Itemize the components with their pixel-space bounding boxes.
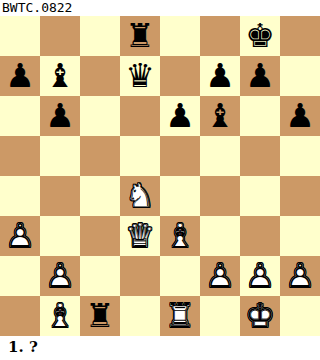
square-f4[interactable] — [200, 176, 240, 216]
square-a8[interactable] — [0, 16, 40, 56]
square-d7[interactable]: ♛ — [120, 56, 160, 96]
square-d5[interactable] — [120, 136, 160, 176]
white-bishop-piece-outline: ♗ — [40, 296, 80, 336]
square-a4[interactable] — [0, 176, 40, 216]
white-pawn-piece-outline: ♙ — [240, 256, 280, 296]
square-f6[interactable]: ♝ — [200, 96, 240, 136]
square-c1[interactable]: ♜ — [80, 296, 120, 336]
square-e5[interactable] — [160, 136, 200, 176]
black-rook-piece: ♜ — [80, 296, 120, 336]
black-pawn-piece: ♟ — [240, 56, 280, 96]
square-c3[interactable] — [80, 216, 120, 256]
square-a6[interactable] — [0, 96, 40, 136]
square-e3[interactable]: ♝♗ — [160, 216, 200, 256]
square-g5[interactable] — [240, 136, 280, 176]
white-king-piece-outline: ♔ — [240, 296, 280, 336]
black-pawn-piece: ♟ — [0, 56, 40, 96]
black-king-piece: ♚ — [240, 16, 280, 56]
chess-board: ♜♚♟♝♛♟♟♟♟♝♟♞♘♟♙♛♕♝♗♟♙♟♙♟♙♟♙♝♗♜♜♖♚♔ — [0, 16, 320, 336]
white-pawn-piece-outline: ♙ — [280, 256, 320, 296]
white-knight-piece-outline: ♘ — [120, 176, 160, 216]
square-f2[interactable]: ♟♙ — [200, 256, 240, 296]
white-rook-piece-outline: ♖ — [160, 296, 200, 336]
square-g4[interactable] — [240, 176, 280, 216]
square-g2[interactable]: ♟♙ — [240, 256, 280, 296]
problem-id-title: BWTC.0822 — [0, 0, 320, 16]
square-h3[interactable] — [280, 216, 320, 256]
square-c7[interactable] — [80, 56, 120, 96]
square-h8[interactable] — [280, 16, 320, 56]
square-h4[interactable] — [280, 176, 320, 216]
square-a2[interactable] — [0, 256, 40, 296]
black-pawn-piece: ♟ — [280, 96, 320, 136]
square-f5[interactable] — [200, 136, 240, 176]
move-prompt: 1. ? — [0, 336, 320, 360]
black-queen-piece: ♛ — [120, 56, 160, 96]
square-f3[interactable] — [200, 216, 240, 256]
square-e7[interactable] — [160, 56, 200, 96]
square-f1[interactable] — [200, 296, 240, 336]
black-bishop-piece: ♝ — [200, 96, 240, 136]
square-a3[interactable]: ♟♙ — [0, 216, 40, 256]
square-g3[interactable] — [240, 216, 280, 256]
square-a1[interactable] — [0, 296, 40, 336]
square-g8[interactable]: ♚ — [240, 16, 280, 56]
square-a5[interactable] — [0, 136, 40, 176]
square-g1[interactable]: ♚♔ — [240, 296, 280, 336]
square-d3[interactable]: ♛♕ — [120, 216, 160, 256]
square-d6[interactable] — [120, 96, 160, 136]
square-c6[interactable] — [80, 96, 120, 136]
square-b2[interactable]: ♟♙ — [40, 256, 80, 296]
square-e2[interactable] — [160, 256, 200, 296]
square-h7[interactable] — [280, 56, 320, 96]
white-queen-piece-outline: ♕ — [120, 216, 160, 256]
square-c4[interactable] — [80, 176, 120, 216]
square-d1[interactable] — [120, 296, 160, 336]
square-a7[interactable]: ♟ — [0, 56, 40, 96]
square-b5[interactable] — [40, 136, 80, 176]
square-c2[interactable] — [80, 256, 120, 296]
square-h6[interactable]: ♟ — [280, 96, 320, 136]
square-c8[interactable] — [80, 16, 120, 56]
black-bishop-piece: ♝ — [40, 56, 80, 96]
black-rook-piece: ♜ — [120, 16, 160, 56]
square-d4[interactable]: ♞♘ — [120, 176, 160, 216]
square-b6[interactable]: ♟ — [40, 96, 80, 136]
square-b8[interactable] — [40, 16, 80, 56]
square-e4[interactable] — [160, 176, 200, 216]
square-d8[interactable]: ♜ — [120, 16, 160, 56]
square-f8[interactable] — [200, 16, 240, 56]
white-pawn-piece-outline: ♙ — [200, 256, 240, 296]
square-b7[interactable]: ♝ — [40, 56, 80, 96]
square-h1[interactable] — [280, 296, 320, 336]
black-pawn-piece: ♟ — [160, 96, 200, 136]
square-e8[interactable] — [160, 16, 200, 56]
square-g6[interactable] — [240, 96, 280, 136]
square-f7[interactable]: ♟ — [200, 56, 240, 96]
square-c5[interactable] — [80, 136, 120, 176]
square-b4[interactable] — [40, 176, 80, 216]
white-bishop-piece-outline: ♗ — [160, 216, 200, 256]
white-pawn-piece-outline: ♙ — [40, 256, 80, 296]
square-b1[interactable]: ♝♗ — [40, 296, 80, 336]
square-h5[interactable] — [280, 136, 320, 176]
black-pawn-piece: ♟ — [40, 96, 80, 136]
square-d2[interactable] — [120, 256, 160, 296]
square-h2[interactable]: ♟♙ — [280, 256, 320, 296]
square-g7[interactable]: ♟ — [240, 56, 280, 96]
square-e6[interactable]: ♟ — [160, 96, 200, 136]
white-pawn-piece-outline: ♙ — [0, 216, 40, 256]
black-pawn-piece: ♟ — [200, 56, 240, 96]
square-e1[interactable]: ♜♖ — [160, 296, 200, 336]
square-b3[interactable] — [40, 216, 80, 256]
